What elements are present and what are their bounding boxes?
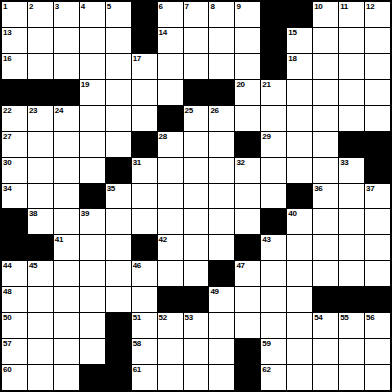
black-square-r5c14: [365, 132, 390, 157]
black-square-r1c10: [261, 28, 286, 53]
black-square-r14c4: [106, 365, 131, 390]
white-square-r14c5[interactable]: 61: [132, 365, 157, 390]
white-square-r0c14[interactable]: 12: [365, 2, 390, 27]
white-square-r12c9[interactable]: [235, 313, 260, 338]
clue-number-20: 20: [236, 80, 244, 89]
white-square-r10c4[interactable]: [106, 261, 131, 286]
white-square-r2c13[interactable]: [339, 54, 364, 79]
clue-number-8: 8: [210, 2, 214, 11]
white-square-r3c3[interactable]: 19: [80, 80, 105, 105]
black-square-r9c0: [2, 235, 27, 260]
white-square-r1c6[interactable]: 14: [158, 28, 183, 53]
white-square-r12c14[interactable]: 56: [365, 313, 390, 338]
white-square-r6c11[interactable]: [287, 158, 312, 183]
white-square-r9c6[interactable]: 42: [158, 235, 183, 260]
white-square-r14c12[interactable]: [313, 365, 338, 390]
white-square-r10c14[interactable]: [365, 261, 390, 286]
clue-number-58: 58: [133, 339, 141, 348]
clue-number-27: 27: [3, 132, 11, 141]
clue-number-60: 60: [3, 365, 11, 374]
white-square-r5c7[interactable]: [184, 132, 209, 157]
white-square-r8c14[interactable]: [365, 209, 390, 234]
white-square-r11c0[interactable]: 48: [2, 287, 27, 312]
white-square-r9c4[interactable]: [106, 235, 131, 260]
white-square-r0c0[interactable]: 1: [2, 2, 27, 27]
black-square-r2c10: [261, 54, 286, 79]
white-square-r0c7[interactable]: 7: [184, 2, 209, 27]
white-square-r4c2[interactable]: 24: [54, 106, 79, 131]
white-square-r14c14[interactable]: [365, 365, 390, 390]
black-square-r3c0: [2, 80, 27, 105]
clue-number-39: 39: [81, 209, 89, 218]
white-square-r3c14[interactable]: [365, 80, 390, 105]
clue-number-29: 29: [262, 132, 270, 141]
white-square-r5c8[interactable]: [209, 132, 234, 157]
clue-number-7: 7: [185, 2, 189, 11]
white-square-r6c8[interactable]: [209, 158, 234, 183]
white-square-r12c6[interactable]: 52: [158, 313, 183, 338]
black-square-r6c4: [106, 158, 131, 183]
white-square-r6c2[interactable]: [54, 158, 79, 183]
white-square-r0c9[interactable]: 9: [235, 2, 260, 27]
white-square-r1c11[interactable]: 15: [287, 28, 312, 53]
white-square-r6c13[interactable]: 33: [339, 158, 364, 183]
white-square-r9c12[interactable]: [313, 235, 338, 260]
white-square-r0c1[interactable]: 2: [28, 2, 53, 27]
clue-number-16: 16: [3, 54, 11, 63]
white-square-r4c4[interactable]: [106, 106, 131, 131]
clue-number-5: 5: [107, 2, 111, 11]
white-square-r7c12[interactable]: 36: [313, 184, 338, 209]
clue-number-59: 59: [262, 339, 270, 348]
clue-number-10: 10: [314, 2, 322, 11]
white-square-r9c14[interactable]: [365, 235, 390, 260]
white-square-r11c4[interactable]: [106, 287, 131, 312]
black-square-r14c3: [80, 365, 105, 390]
black-square-r5c5: [132, 132, 157, 157]
clue-number-49: 49: [210, 287, 218, 296]
white-square-r3c4[interactable]: [106, 80, 131, 105]
white-square-r13c12[interactable]: [313, 339, 338, 364]
clue-number-17: 17: [133, 54, 141, 63]
white-square-r13c1[interactable]: [28, 339, 53, 364]
white-square-r7c5[interactable]: [132, 184, 157, 209]
clue-number-62: 62: [262, 365, 270, 374]
clue-number-2: 2: [29, 2, 33, 11]
clue-number-61: 61: [133, 365, 141, 374]
white-square-r5c0[interactable]: 27: [2, 132, 27, 157]
white-square-r2c1[interactable]: [28, 54, 53, 79]
clue-number-36: 36: [314, 184, 322, 193]
clue-number-26: 26: [210, 106, 218, 115]
white-square-r13c2[interactable]: [54, 339, 79, 364]
white-square-r6c10[interactable]: [261, 158, 286, 183]
white-square-r10c9[interactable]: 47: [235, 261, 260, 286]
white-square-r4c5[interactable]: [132, 106, 157, 131]
white-square-r8c8[interactable]: [209, 209, 234, 234]
white-square-r6c12[interactable]: [313, 158, 338, 183]
white-square-r13c11[interactable]: [287, 339, 312, 364]
clue-number-15: 15: [288, 28, 296, 37]
white-square-r11c9[interactable]: [235, 287, 260, 312]
white-square-r8c6[interactable]: [158, 209, 183, 234]
black-square-r3c8: [209, 80, 234, 105]
white-square-r5c2[interactable]: [54, 132, 79, 157]
clue-number-34: 34: [3, 184, 11, 193]
white-square-r10c5[interactable]: 46: [132, 261, 157, 286]
black-square-r4c6: [158, 106, 183, 131]
white-square-r0c6[interactable]: 6: [158, 2, 183, 27]
black-square-r1c5: [132, 28, 157, 53]
clue-number-57: 57: [3, 339, 11, 348]
white-square-r12c0[interactable]: 50: [2, 313, 27, 338]
white-square-r4c8[interactable]: 26: [209, 106, 234, 131]
white-square-r7c10[interactable]: [261, 184, 286, 209]
white-square-r1c4[interactable]: [106, 28, 131, 53]
white-square-r10c11[interactable]: [287, 261, 312, 286]
white-square-r8c11[interactable]: 40: [287, 209, 312, 234]
white-square-r3c10[interactable]: 21: [261, 80, 286, 105]
white-square-r6c3[interactable]: [80, 158, 105, 183]
black-square-r11c13: [339, 287, 364, 312]
white-square-r12c13[interactable]: 55: [339, 313, 364, 338]
black-square-r7c3: [80, 184, 105, 209]
clue-number-11: 11: [340, 2, 348, 11]
white-square-r10c0[interactable]: 44: [2, 261, 27, 286]
white-square-r7c13[interactable]: [339, 184, 364, 209]
white-square-r8c4[interactable]: [106, 209, 131, 234]
white-square-r7c7[interactable]: [184, 184, 209, 209]
black-square-r6c14: [365, 158, 390, 183]
crossword-grid: 1234567891011121314151617181920212223242…: [0, 0, 392, 392]
black-square-r11c14: [365, 287, 390, 312]
white-square-r12c8[interactable]: [209, 313, 234, 338]
white-square-r5c6[interactable]: 28: [158, 132, 183, 157]
white-square-r13c8[interactable]: [209, 339, 234, 364]
black-square-r0c11: [287, 2, 312, 27]
white-square-r10c3[interactable]: [80, 261, 105, 286]
clue-number-25: 25: [185, 106, 193, 115]
white-square-r13c13[interactable]: [339, 339, 364, 364]
white-square-r2c7[interactable]: [184, 54, 209, 79]
black-square-r11c12: [313, 287, 338, 312]
clue-number-42: 42: [159, 235, 167, 244]
white-square-r2c5[interactable]: 17: [132, 54, 157, 79]
white-square-r2c9[interactable]: [235, 54, 260, 79]
black-square-r5c9: [235, 132, 260, 157]
white-square-r7c2[interactable]: [54, 184, 79, 209]
clue-number-1: 1: [3, 2, 7, 11]
white-square-r3c12[interactable]: [313, 80, 338, 105]
white-square-r2c2[interactable]: [54, 54, 79, 79]
white-square-r12c1[interactable]: [28, 313, 53, 338]
clue-number-54: 54: [314, 313, 322, 322]
white-square-r6c1[interactable]: [28, 158, 53, 183]
white-square-r1c3[interactable]: [80, 28, 105, 53]
white-square-r9c3[interactable]: [80, 235, 105, 260]
clue-number-51: 51: [133, 313, 141, 322]
white-square-r6c9[interactable]: 32: [235, 158, 260, 183]
white-square-r13c0[interactable]: 57: [2, 339, 27, 364]
white-square-r1c1[interactable]: [28, 28, 53, 53]
white-square-r6c0[interactable]: 30: [2, 158, 27, 183]
white-square-r3c11[interactable]: [287, 80, 312, 105]
white-square-r1c9[interactable]: [235, 28, 260, 53]
white-square-r14c8[interactable]: [209, 365, 234, 390]
white-square-r12c2[interactable]: [54, 313, 79, 338]
white-square-r2c14[interactable]: [365, 54, 390, 79]
clue-number-43: 43: [262, 235, 270, 244]
white-square-r13c5[interactable]: 58: [132, 339, 157, 364]
white-square-r8c7[interactable]: [184, 209, 209, 234]
clue-number-52: 52: [159, 313, 167, 322]
white-square-r11c10[interactable]: [261, 287, 286, 312]
black-square-r14c9: [235, 365, 260, 390]
white-square-r2c12[interactable]: [313, 54, 338, 79]
white-square-r14c10[interactable]: 62: [261, 365, 286, 390]
white-square-r8c5[interactable]: [132, 209, 157, 234]
white-square-r8c2[interactable]: [54, 209, 79, 234]
white-square-r10c12[interactable]: [313, 261, 338, 286]
clue-number-46: 46: [133, 261, 141, 270]
black-square-r9c9: [235, 235, 260, 260]
black-square-r3c1: [28, 80, 53, 105]
clue-number-33: 33: [340, 158, 348, 167]
white-square-r11c11[interactable]: [287, 287, 312, 312]
white-square-r5c11[interactable]: [287, 132, 312, 157]
white-square-r2c0[interactable]: 16: [2, 54, 27, 79]
white-square-r1c0[interactable]: 13: [2, 28, 27, 53]
white-square-r7c14[interactable]: 37: [365, 184, 390, 209]
white-square-r4c10[interactable]: [261, 106, 286, 131]
white-square-r0c13[interactable]: 11: [339, 2, 364, 27]
white-square-r3c9[interactable]: 20: [235, 80, 260, 105]
white-square-r4c1[interactable]: 23: [28, 106, 53, 131]
black-square-r11c6: [158, 287, 183, 312]
white-square-r1c8[interactable]: [209, 28, 234, 53]
clue-number-14: 14: [159, 28, 167, 37]
white-square-r12c7[interactable]: 53: [184, 313, 209, 338]
white-square-r0c2[interactable]: 3: [54, 2, 79, 27]
clue-number-44: 44: [3, 261, 11, 270]
clue-number-18: 18: [288, 54, 296, 63]
white-square-r14c13[interactable]: [339, 365, 364, 390]
white-square-r1c2[interactable]: [54, 28, 79, 53]
white-square-r9c2[interactable]: 41: [54, 235, 79, 260]
black-square-r3c2: [54, 80, 79, 105]
clue-number-31: 31: [133, 158, 141, 167]
white-square-r10c10[interactable]: [261, 261, 286, 286]
white-square-r13c7[interactable]: [184, 339, 209, 364]
white-square-r2c4[interactable]: [106, 54, 131, 79]
clue-number-24: 24: [55, 106, 63, 115]
black-square-r8c0: [2, 209, 27, 234]
clue-number-12: 12: [366, 2, 374, 11]
white-square-r5c10[interactable]: 29: [261, 132, 286, 157]
white-square-r7c9[interactable]: [235, 184, 260, 209]
black-square-r3c7: [184, 80, 209, 105]
black-square-r13c9: [235, 339, 260, 364]
white-square-r3c6[interactable]: [158, 80, 183, 105]
white-square-r1c12[interactable]: [313, 28, 338, 53]
black-square-r0c10: [261, 2, 286, 27]
black-square-r10c8: [209, 261, 234, 286]
white-square-r14c11[interactable]: [287, 365, 312, 390]
white-square-r6c7[interactable]: [184, 158, 209, 183]
white-square-r10c6[interactable]: [158, 261, 183, 286]
white-square-r6c5[interactable]: 31: [132, 158, 157, 183]
white-square-r2c11[interactable]: 18: [287, 54, 312, 79]
white-square-r11c2[interactable]: [54, 287, 79, 312]
white-square-r4c0[interactable]: 22: [2, 106, 27, 131]
clue-number-22: 22: [3, 106, 11, 115]
clue-number-9: 9: [236, 2, 240, 11]
white-square-r11c3[interactable]: [80, 287, 105, 312]
white-square-r4c9[interactable]: [235, 106, 260, 131]
white-square-r7c8[interactable]: [209, 184, 234, 209]
clue-number-13: 13: [3, 28, 11, 37]
white-square-r7c1[interactable]: [28, 184, 53, 209]
white-square-r11c8[interactable]: 49: [209, 287, 234, 312]
white-square-r13c14[interactable]: [365, 339, 390, 364]
white-square-r12c11[interactable]: [287, 313, 312, 338]
white-square-r10c13[interactable]: [339, 261, 364, 286]
white-square-r13c10[interactable]: 59: [261, 339, 286, 364]
white-square-r9c7[interactable]: [184, 235, 209, 260]
white-square-r8c1[interactable]: 38: [28, 209, 53, 234]
white-square-r1c13[interactable]: [339, 28, 364, 53]
white-square-r8c3[interactable]: 39: [80, 209, 105, 234]
black-square-r0c5: [132, 2, 157, 27]
clue-number-53: 53: [185, 313, 193, 322]
white-square-r12c3[interactable]: [80, 313, 105, 338]
clue-number-41: 41: [55, 235, 63, 244]
white-square-r12c10[interactable]: [261, 313, 286, 338]
white-square-r5c12[interactable]: [313, 132, 338, 157]
white-square-r1c14[interactable]: [365, 28, 390, 53]
white-square-r7c4[interactable]: 35: [106, 184, 131, 209]
white-square-r14c1[interactable]: [28, 365, 53, 390]
clue-number-40: 40: [288, 209, 296, 218]
clue-number-37: 37: [366, 184, 374, 193]
black-square-r8c10: [261, 209, 286, 234]
white-square-r0c8[interactable]: 8: [209, 2, 234, 27]
white-square-r7c6[interactable]: [158, 184, 183, 209]
clue-number-23: 23: [29, 106, 37, 115]
white-square-r4c14[interactable]: [365, 106, 390, 131]
white-square-r2c3[interactable]: [80, 54, 105, 79]
clue-number-21: 21: [262, 80, 270, 89]
black-square-r11c7: [184, 287, 209, 312]
white-square-r3c13[interactable]: [339, 80, 364, 105]
white-square-r6c6[interactable]: [158, 158, 183, 183]
white-square-r5c1[interactable]: [28, 132, 53, 157]
white-square-r3c5[interactable]: [132, 80, 157, 105]
white-square-r12c5[interactable]: 51: [132, 313, 157, 338]
white-square-r2c6[interactable]: [158, 54, 183, 79]
white-square-r5c4[interactable]: [106, 132, 131, 157]
clue-number-6: 6: [159, 2, 163, 11]
black-square-r9c1: [28, 235, 53, 260]
white-square-r0c4[interactable]: 5: [106, 2, 131, 27]
white-square-r14c7[interactable]: [184, 365, 209, 390]
clue-number-4: 4: [81, 2, 85, 11]
white-square-r4c3[interactable]: [80, 106, 105, 131]
white-square-r9c11[interactable]: [287, 235, 312, 260]
black-square-r13c4: [106, 339, 131, 364]
white-square-r1c7[interactable]: [184, 28, 209, 53]
white-square-r10c7[interactable]: [184, 261, 209, 286]
clue-number-45: 45: [29, 261, 37, 270]
black-square-r12c4: [106, 313, 131, 338]
white-square-r0c12[interactable]: 10: [313, 2, 338, 27]
clue-number-48: 48: [3, 287, 11, 296]
clue-number-32: 32: [236, 158, 244, 167]
white-square-r4c11[interactable]: [287, 106, 312, 131]
white-square-r4c13[interactable]: [339, 106, 364, 131]
white-square-r13c3[interactable]: [80, 339, 105, 364]
white-square-r7c0[interactable]: 34: [2, 184, 27, 209]
clue-number-50: 50: [3, 313, 11, 322]
white-square-r0c3[interactable]: 4: [80, 2, 105, 27]
white-square-r12c12[interactable]: 54: [313, 313, 338, 338]
clue-number-28: 28: [159, 132, 167, 141]
clue-number-35: 35: [107, 184, 115, 193]
white-square-r8c12[interactable]: [313, 209, 338, 234]
white-square-r9c13[interactable]: [339, 235, 364, 260]
clue-number-56: 56: [366, 313, 374, 322]
white-square-r10c1[interactable]: 45: [28, 261, 53, 286]
white-square-r14c0[interactable]: 60: [2, 365, 27, 390]
clue-number-3: 3: [55, 2, 59, 11]
white-square-r4c12[interactable]: [313, 106, 338, 131]
white-square-r9c8[interactable]: [209, 235, 234, 260]
white-square-r8c13[interactable]: [339, 209, 364, 234]
clue-number-55: 55: [340, 313, 348, 322]
white-square-r4c7[interactable]: 25: [184, 106, 209, 131]
clue-number-30: 30: [3, 158, 11, 167]
white-square-r11c5[interactable]: [132, 287, 157, 312]
white-square-r13c6[interactable]: [158, 339, 183, 364]
clue-number-38: 38: [29, 209, 37, 218]
black-square-r9c5: [132, 235, 157, 260]
white-square-r11c1[interactable]: [28, 287, 53, 312]
clue-number-47: 47: [236, 261, 244, 270]
black-square-r5c13: [339, 132, 364, 157]
white-square-r10c2[interactable]: [54, 261, 79, 286]
white-square-r8c9[interactable]: [235, 209, 260, 234]
white-square-r5c3[interactable]: [80, 132, 105, 157]
white-square-r9c10[interactable]: 43: [261, 235, 286, 260]
black-square-r7c11: [287, 184, 312, 209]
white-square-r14c6[interactable]: [158, 365, 183, 390]
white-square-r2c8[interactable]: [209, 54, 234, 79]
clue-number-19: 19: [81, 80, 89, 89]
white-square-r14c2[interactable]: [54, 365, 79, 390]
